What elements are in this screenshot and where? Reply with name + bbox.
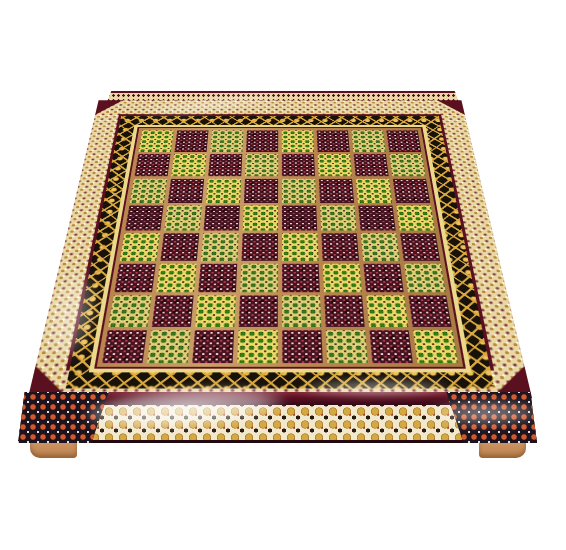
square-a4[interactable] (120, 233, 160, 260)
square-a8[interactable] (139, 130, 174, 151)
square-g2[interactable] (366, 295, 408, 326)
square-b6[interactable] (168, 179, 204, 203)
square-f4[interactable] (321, 233, 359, 260)
board-front-face (18, 392, 537, 443)
square-e3[interactable] (282, 263, 320, 292)
square-g8[interactable] (351, 130, 385, 151)
square-d3[interactable] (240, 263, 278, 292)
square-a2[interactable] (108, 295, 151, 326)
square-c2[interactable] (195, 295, 235, 326)
square-d2[interactable] (239, 295, 278, 326)
square-b4[interactable] (160, 233, 199, 260)
square-a7[interactable] (134, 154, 170, 176)
square-h2[interactable] (408, 295, 451, 326)
square-f1[interactable] (326, 330, 368, 363)
square-g3[interactable] (363, 263, 403, 292)
chessboard-top-surface (28, 100, 532, 398)
square-a6[interactable] (130, 179, 167, 203)
square-c1[interactable] (192, 330, 234, 363)
square-b8[interactable] (175, 130, 209, 151)
front-face-bottom-line (18, 440, 537, 443)
square-d5[interactable] (243, 205, 278, 230)
square-f8[interactable] (317, 130, 350, 151)
square-d1[interactable] (237, 330, 278, 363)
square-e4[interactable] (282, 233, 318, 260)
square-f3[interactable] (323, 263, 362, 292)
square-b7[interactable] (171, 154, 206, 176)
square-h6[interactable] (393, 179, 430, 203)
square-d7[interactable] (245, 154, 278, 176)
square-h8[interactable] (386, 130, 421, 151)
square-e5[interactable] (282, 205, 317, 230)
square-b1[interactable] (147, 330, 190, 363)
square-e8[interactable] (282, 130, 314, 151)
square-b3[interactable] (156, 263, 196, 292)
square-b5[interactable] (164, 205, 201, 230)
square-e2[interactable] (282, 295, 321, 326)
square-a1[interactable] (102, 330, 147, 363)
square-g1[interactable] (369, 330, 412, 363)
square-a5[interactable] (125, 205, 164, 230)
square-h7[interactable] (389, 154, 425, 176)
square-f2[interactable] (324, 295, 364, 326)
square-f5[interactable] (320, 205, 356, 230)
square-e6[interactable] (282, 179, 316, 203)
square-c8[interactable] (210, 130, 243, 151)
square-f7[interactable] (318, 154, 352, 176)
square-d6[interactable] (244, 179, 278, 203)
square-e1[interactable] (282, 330, 323, 363)
square-g7[interactable] (354, 154, 389, 176)
chessboard-photo-scene (0, 0, 566, 550)
square-f6[interactable] (319, 179, 354, 203)
square-c4[interactable] (201, 233, 239, 260)
chessboard-squares-grid (97, 128, 463, 367)
square-g6[interactable] (356, 179, 392, 203)
square-h5[interactable] (396, 205, 435, 230)
square-a3[interactable] (114, 263, 156, 292)
square-c7[interactable] (208, 154, 242, 176)
square-e7[interactable] (282, 154, 315, 176)
square-g5[interactable] (358, 205, 395, 230)
square-d8[interactable] (246, 130, 278, 151)
square-c3[interactable] (198, 263, 237, 292)
square-g4[interactable] (361, 233, 400, 260)
square-c6[interactable] (206, 179, 241, 203)
square-d4[interactable] (242, 233, 278, 260)
square-b2[interactable] (152, 295, 194, 326)
square-c5[interactable] (204, 205, 240, 230)
square-h1[interactable] (413, 330, 458, 363)
square-h4[interactable] (400, 233, 440, 260)
square-h3[interactable] (404, 263, 446, 292)
